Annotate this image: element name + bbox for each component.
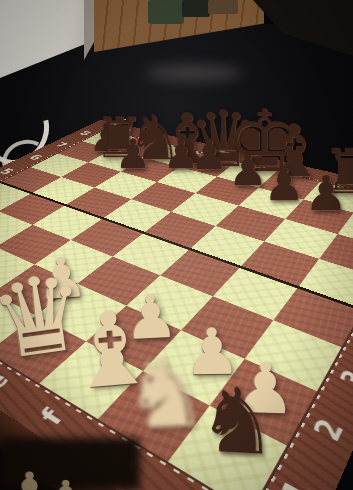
offboard-white-pawn[interactable]: ♟ (46, 475, 85, 490)
piece-black-pawn-d7[interactable]: ♟ (190, 134, 228, 176)
piece-black-pawn-f7[interactable]: ♟ (263, 161, 304, 207)
photo-stage: 87654321 87654321 abcdefgh abcdefgh ♜♞♝♛… (0, 0, 353, 490)
pieces-layer: ♜♞♝♛♚♝♜♟♟♟♟♟♟♟♞♛♟♝♟♞♟♟♟♟ (0, 0, 353, 490)
piece-black-pawn-g7[interactable]: ♟ (304, 169, 347, 217)
piece-black-pawn-b7[interactable]: ♟ (115, 134, 151, 174)
piece-black-pawn-e7[interactable]: ♟ (228, 148, 267, 192)
piece-black-knight-h1[interactable]: ♞ (195, 374, 280, 468)
